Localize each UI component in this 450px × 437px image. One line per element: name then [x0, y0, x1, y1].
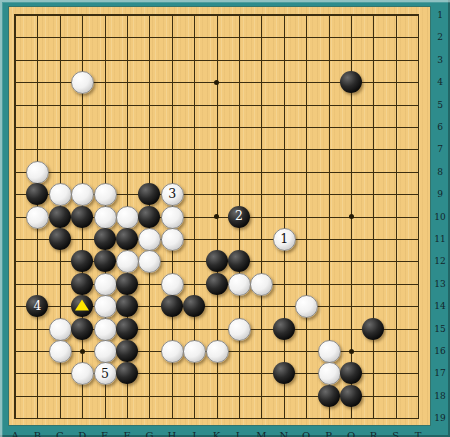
column-label-F: F: [119, 430, 135, 437]
row-label-11: 11: [431, 234, 449, 244]
stone-black: [273, 318, 295, 340]
stone-white: [161, 340, 184, 363]
stone-white: [94, 318, 117, 341]
stone-white: [94, 206, 117, 229]
go-board[interactable]: 32145: [9, 7, 430, 425]
row-label-14: 14: [431, 301, 449, 311]
star-point: [80, 349, 85, 354]
stone-white: [161, 273, 184, 296]
column-label-P: P: [321, 430, 337, 437]
stone-white-move-3: 3: [161, 183, 184, 206]
stone-black: [161, 295, 183, 317]
star-point: [349, 349, 354, 354]
stone-white: [94, 183, 117, 206]
column-label-K: K: [209, 430, 225, 437]
triangle-marker: [75, 300, 89, 311]
stone-white: [318, 340, 341, 363]
row-label-17: 17: [431, 368, 449, 378]
star-point: [214, 80, 219, 85]
column-label-B: B: [29, 430, 45, 437]
column-label-J: J: [186, 430, 202, 437]
stone-black: [116, 228, 138, 250]
stone-black: [206, 250, 228, 272]
column-label-C: C: [52, 430, 68, 437]
row-label-18: 18: [431, 391, 449, 401]
row-label-8: 8: [431, 167, 449, 177]
stone-black: [49, 228, 71, 250]
column-label-Q: Q: [343, 430, 359, 437]
column-label-M: M: [253, 430, 269, 437]
row-label-7: 7: [431, 144, 449, 154]
stone-white: [94, 273, 117, 296]
row-label-4: 4: [431, 77, 449, 87]
stone-black: [116, 318, 138, 340]
stone-white: [94, 295, 117, 318]
stone-white-move-1: 1: [273, 228, 296, 251]
row-label-9: 9: [431, 189, 449, 199]
stone-white: [318, 362, 341, 385]
column-label-S: S: [388, 430, 404, 437]
stone-black-move-2: 2: [228, 206, 250, 228]
column-label-H: H: [164, 430, 180, 437]
stone-white: [161, 228, 184, 251]
row-label-16: 16: [431, 346, 449, 356]
stone-black: [318, 385, 340, 407]
stone-white: [228, 318, 251, 341]
stone-black: [71, 273, 93, 295]
column-label-R: R: [365, 430, 381, 437]
stone-white: [161, 206, 184, 229]
stone-white-move-5: 5: [94, 362, 117, 385]
star-point: [349, 214, 354, 219]
go-game-window: 32145 12345678910111213141516171819 ABCD…: [0, 0, 450, 437]
stone-white: [94, 340, 117, 363]
row-label-13: 13: [431, 279, 449, 289]
stone-black: [94, 250, 116, 272]
row-label-19: 19: [431, 413, 449, 423]
stone-black: [116, 340, 138, 362]
column-label-E: E: [97, 430, 113, 437]
column-label-D: D: [74, 430, 90, 437]
row-label-1: 1: [431, 10, 449, 20]
stone-black: [71, 206, 93, 228]
stone-black: [362, 318, 384, 340]
stone-white: [26, 206, 49, 229]
stone-black: [116, 273, 138, 295]
column-label-A: A: [7, 430, 23, 437]
column-label-L: L: [231, 430, 247, 437]
row-label-10: 10: [431, 212, 449, 222]
row-label-12: 12: [431, 256, 449, 266]
column-label-G: G: [141, 430, 157, 437]
stone-black: [49, 206, 71, 228]
stone-white: [116, 206, 139, 229]
row-label-6: 6: [431, 122, 449, 132]
stone-black: [206, 273, 228, 295]
stone-white: [206, 340, 229, 363]
stone-black: [94, 228, 116, 250]
stone-white: [228, 273, 251, 296]
stone-black: [71, 318, 93, 340]
stone-white: [49, 183, 72, 206]
row-label-5: 5: [431, 100, 449, 110]
stone-white: [49, 318, 72, 341]
row-label-15: 15: [431, 324, 449, 334]
stone-white: [49, 340, 72, 363]
stone-black: [340, 385, 362, 407]
stone-black: [138, 206, 160, 228]
column-label-N: N: [276, 430, 292, 437]
row-label-2: 2: [431, 32, 449, 42]
column-label-O: O: [298, 430, 314, 437]
column-label-T: T: [410, 430, 426, 437]
row-label-3: 3: [431, 55, 449, 65]
